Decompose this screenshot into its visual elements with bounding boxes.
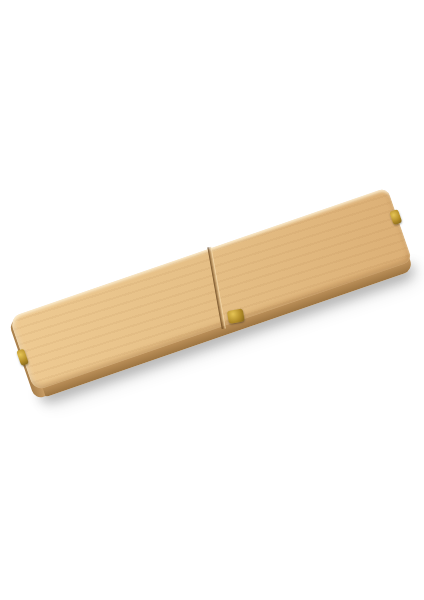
photo-background bbox=[0, 0, 424, 600]
fold-seam bbox=[207, 247, 225, 329]
right-latch-icon bbox=[389, 209, 402, 225]
mancala-board bbox=[9, 187, 417, 404]
hinge-icon bbox=[227, 308, 245, 324]
left-latch-icon bbox=[16, 348, 29, 366]
